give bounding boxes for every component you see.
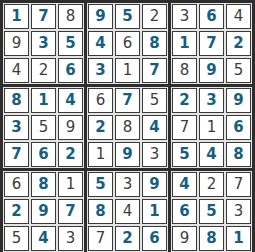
cell-r4c1[interactable]: 8 xyxy=(4,88,29,113)
cell-r5c5[interactable]: 8 xyxy=(115,115,140,140)
cell-r2c3[interactable]: 5 xyxy=(58,31,83,56)
cell-r8c5[interactable]: 4 xyxy=(115,199,140,224)
cell-r3c6[interactable]: 7 xyxy=(142,58,167,83)
cell-r8c3[interactable]: 7 xyxy=(58,199,83,224)
cell-r7c4[interactable]: 5 xyxy=(88,172,113,197)
cell-r2c2[interactable]: 3 xyxy=(31,31,56,56)
sudoku-box-5: 239716548 xyxy=(171,87,252,168)
cell-r1c9[interactable]: 4 xyxy=(226,4,251,29)
cell-r5c1[interactable]: 3 xyxy=(4,115,29,140)
cell-r6c7[interactable]: 5 xyxy=(172,142,197,167)
cell-r2c4[interactable]: 4 xyxy=(88,31,113,56)
cell-r5c9[interactable]: 6 xyxy=(226,115,251,140)
cell-r7c7[interactable]: 4 xyxy=(172,172,197,197)
cell-r9c8[interactable]: 8 xyxy=(199,226,224,251)
sudoku-box-6: 681297543 xyxy=(3,171,84,252)
cell-r9c6[interactable]: 6 xyxy=(142,226,167,251)
sudoku-box-1: 952468317 xyxy=(87,3,168,84)
cell-r4c9[interactable]: 9 xyxy=(226,88,251,113)
cell-r7c5[interactable]: 3 xyxy=(115,172,140,197)
cell-r3c5[interactable]: 1 xyxy=(115,58,140,83)
cell-r4c3[interactable]: 4 xyxy=(58,88,83,113)
sudoku-box-4: 675284193 xyxy=(87,87,168,168)
cell-r7c9[interactable]: 7 xyxy=(226,172,251,197)
cell-r6c5[interactable]: 9 xyxy=(115,142,140,167)
cell-r6c1[interactable]: 7 xyxy=(4,142,29,167)
cell-r7c6[interactable]: 9 xyxy=(142,172,167,197)
cell-r1c8[interactable]: 6 xyxy=(199,4,224,29)
cell-r7c8[interactable]: 2 xyxy=(199,172,224,197)
cell-r3c7[interactable]: 8 xyxy=(172,58,197,83)
cell-r4c2[interactable]: 1 xyxy=(31,88,56,113)
cell-r8c2[interactable]: 9 xyxy=(31,199,56,224)
cell-r9c1[interactable]: 5 xyxy=(4,226,29,251)
cell-r1c6[interactable]: 2 xyxy=(142,4,167,29)
cell-r6c2[interactable]: 6 xyxy=(31,142,56,167)
cell-r6c8[interactable]: 4 xyxy=(199,142,224,167)
cell-r6c4[interactable]: 1 xyxy=(88,142,113,167)
cell-r8c6[interactable]: 1 xyxy=(142,199,167,224)
cell-r9c4[interactable]: 7 xyxy=(88,226,113,251)
cell-r5c7[interactable]: 7 xyxy=(172,115,197,140)
cell-r9c3[interactable]: 3 xyxy=(58,226,83,251)
cell-r8c9[interactable]: 3 xyxy=(226,199,251,224)
cell-r7c3[interactable]: 1 xyxy=(58,172,83,197)
cell-r3c9[interactable]: 5 xyxy=(226,58,251,83)
cell-r4c7[interactable]: 2 xyxy=(172,88,197,113)
cell-r1c1[interactable]: 1 xyxy=(4,4,29,29)
cell-r3c3[interactable]: 6 xyxy=(58,58,83,83)
cell-r5c6[interactable]: 4 xyxy=(142,115,167,140)
cell-r6c9[interactable]: 8 xyxy=(226,142,251,167)
cell-r5c2[interactable]: 5 xyxy=(31,115,56,140)
cell-r3c4[interactable]: 3 xyxy=(88,58,113,83)
cell-r8c7[interactable]: 6 xyxy=(172,199,197,224)
cell-r8c1[interactable]: 2 xyxy=(4,199,29,224)
cell-r4c8[interactable]: 3 xyxy=(199,88,224,113)
cell-r7c1[interactable]: 6 xyxy=(4,172,29,197)
cell-r9c5[interactable]: 2 xyxy=(115,226,140,251)
cell-r6c3[interactable]: 2 xyxy=(58,142,83,167)
cell-r5c8[interactable]: 1 xyxy=(199,115,224,140)
cell-r2c5[interactable]: 6 xyxy=(115,31,140,56)
cell-r3c1[interactable]: 4 xyxy=(4,58,29,83)
cell-r2c6[interactable]: 8 xyxy=(142,31,167,56)
cell-r1c3[interactable]: 8 xyxy=(58,4,83,29)
cell-r8c8[interactable]: 5 xyxy=(199,199,224,224)
cell-r2c1[interactable]: 9 xyxy=(4,31,29,56)
cell-r9c7[interactable]: 9 xyxy=(172,226,197,251)
cell-r4c5[interactable]: 7 xyxy=(115,88,140,113)
cell-r2c9[interactable]: 2 xyxy=(226,31,251,56)
cell-r5c4[interactable]: 2 xyxy=(88,115,113,140)
cell-r5c3[interactable]: 9 xyxy=(58,115,83,140)
cell-r4c4[interactable]: 6 xyxy=(88,88,113,113)
sudoku-box-2: 364172895 xyxy=(171,3,252,84)
cell-r9c9[interactable]: 1 xyxy=(226,226,251,251)
cell-r7c2[interactable]: 8 xyxy=(31,172,56,197)
cell-r3c2[interactable]: 2 xyxy=(31,58,56,83)
sudoku-box-7: 539841726 xyxy=(87,171,168,252)
sudoku-box-3: 814359762 xyxy=(3,87,84,168)
cell-r1c2[interactable]: 7 xyxy=(31,4,56,29)
cell-r2c8[interactable]: 7 xyxy=(199,31,224,56)
cell-r1c4[interactable]: 9 xyxy=(88,4,113,29)
cell-r9c2[interactable]: 4 xyxy=(31,226,56,251)
sudoku-box-0: 178935426 xyxy=(3,3,84,84)
cell-r2c7[interactable]: 1 xyxy=(172,31,197,56)
sudoku-board: 1789354269524683173641728958143597626752… xyxy=(0,0,255,252)
cell-r8c4[interactable]: 8 xyxy=(88,199,113,224)
cell-r4c6[interactable]: 5 xyxy=(142,88,167,113)
cell-r3c8[interactable]: 9 xyxy=(199,58,224,83)
sudoku-box-8: 427653981 xyxy=(171,171,252,252)
cell-r1c5[interactable]: 5 xyxy=(115,4,140,29)
cell-r1c7[interactable]: 3 xyxy=(172,4,197,29)
cell-r6c6[interactable]: 3 xyxy=(142,142,167,167)
